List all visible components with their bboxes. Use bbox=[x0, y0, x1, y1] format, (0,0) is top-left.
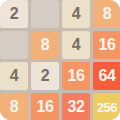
tile-2: 2 bbox=[31, 62, 59, 90]
tile-8: 8 bbox=[93, 0, 120, 28]
tile-64: 64 bbox=[93, 62, 120, 90]
tile-16: 16 bbox=[62, 62, 90, 90]
tile-4: 4 bbox=[0, 62, 28, 90]
2048-board[interactable]: 248841642166481632256 bbox=[0, 0, 120, 120]
tile-16: 16 bbox=[31, 93, 59, 120]
tile-4: 4 bbox=[62, 0, 90, 28]
tile-256: 256 bbox=[93, 93, 120, 120]
empty-cell bbox=[0, 31, 28, 59]
tile-32: 32 bbox=[62, 93, 90, 120]
tile-grid: 248841642166481632256 bbox=[0, 0, 120, 120]
tile-8: 8 bbox=[31, 31, 59, 59]
tile-8: 8 bbox=[0, 93, 28, 120]
tile-2: 2 bbox=[0, 0, 28, 28]
empty-cell bbox=[31, 0, 59, 28]
tile-16: 16 bbox=[93, 31, 120, 59]
tile-4: 4 bbox=[62, 31, 90, 59]
